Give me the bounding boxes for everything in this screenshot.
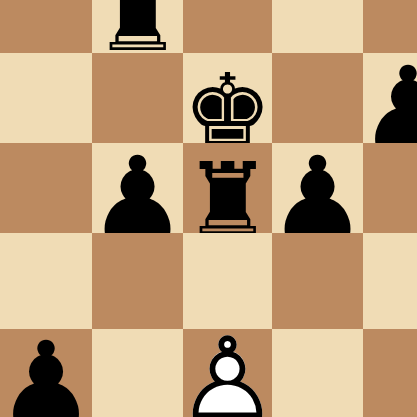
square-g3[interactable] [363,329,417,417]
square-f3[interactable] [272,329,363,417]
black-rook-piece: ♜ [183,150,272,233]
square-e3[interactable]: ♟♙ [183,329,272,417]
square-d5[interactable]: ♟ [92,143,183,233]
square-f4[interactable] [272,233,363,329]
square-e6[interactable]: ♚ [183,53,272,143]
board-screenshot-crop: ♜♚♟♟♜♟♟♟♙ [0,0,417,417]
square-c6[interactable] [0,53,92,143]
square-d3[interactable] [92,329,183,417]
square-d6[interactable] [92,53,183,143]
square-d4[interactable] [92,233,183,329]
square-e7[interactable] [183,0,272,53]
black-pawn-piece: ♟ [92,143,183,233]
black-rook-piece: ♜ [93,0,183,53]
square-d7[interactable]: ♜ [92,0,183,53]
square-g6[interactable]: ♟ [363,53,417,143]
square-g4[interactable] [363,233,417,329]
square-g7[interactable] [363,0,417,53]
chess-board: ♜♚♟♟♜♟♟♟♙ [0,0,417,417]
white-pawn-piece-outline: ♙ [183,329,272,417]
black-pawn-piece: ♟ [0,329,92,417]
square-c4[interactable] [0,233,92,329]
square-e4[interactable] [183,233,272,329]
square-c5[interactable] [0,143,92,233]
square-f7[interactable] [272,0,363,53]
square-e5[interactable]: ♜ [183,143,272,233]
black-king-piece: ♚ [183,61,272,143]
square-c3[interactable]: ♟ [0,329,92,417]
square-c7[interactable] [0,0,92,53]
square-f6[interactable] [272,53,363,143]
black-pawn-piece: ♟ [272,143,363,233]
black-pawn-piece: ♟ [363,53,417,143]
square-g5[interactable] [363,143,417,233]
square-f5[interactable]: ♟ [272,143,363,233]
